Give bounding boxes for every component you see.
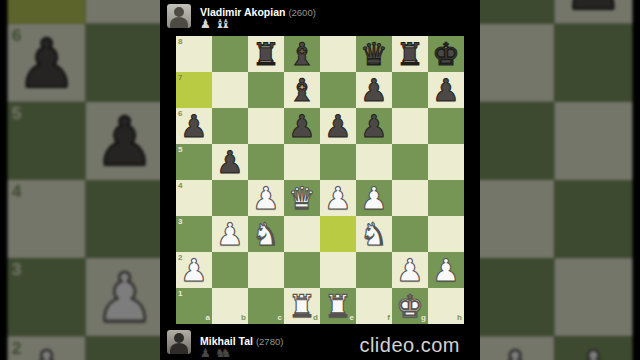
square-a4[interactable]: 4	[176, 180, 212, 216]
white-pawn-a2: ♟	[8, 336, 86, 360]
white-queen-d4[interactable]: ♛	[284, 180, 320, 216]
square-h1[interactable]: h	[428, 288, 464, 324]
black-queen-f8[interactable]: ♛	[356, 36, 392, 72]
square-h6	[554, 24, 632, 102]
white-rook-d1[interactable]: ♜	[284, 288, 320, 324]
white-pawn-g2: ♟	[476, 336, 554, 360]
square-c2[interactable]	[248, 252, 284, 288]
watermark: clideo.com	[359, 333, 460, 357]
square-h7[interactable]: ♟	[428, 72, 464, 108]
rank-label-1: 1	[178, 290, 182, 298]
white-pawn-e4[interactable]: ♟	[320, 180, 356, 216]
square-b3[interactable]: ♟	[212, 216, 248, 252]
square-b6	[86, 24, 164, 102]
square-h5[interactable]	[428, 144, 464, 180]
square-c3[interactable]: ♞	[248, 216, 284, 252]
captured-bishops-icon: ♝♝	[215, 19, 232, 30]
square-a6: 6♟	[8, 24, 86, 102]
square-h4[interactable]	[428, 180, 464, 216]
player-rating-top: (2600)	[288, 7, 315, 18]
square-e2[interactable]	[320, 252, 356, 288]
square-g6	[476, 24, 554, 102]
square-f8[interactable]: ♛	[356, 36, 392, 72]
white-king-g1[interactable]: ♚	[392, 288, 428, 324]
square-g5[interactable]	[392, 144, 428, 180]
player-avatar-top[interactable]	[167, 4, 191, 28]
square-g2[interactable]: ♟	[392, 252, 428, 288]
square-d5[interactable]	[284, 144, 320, 180]
white-pawn-b3: ♟	[86, 258, 164, 336]
square-a2[interactable]: 2♟	[176, 252, 212, 288]
captured-knights-icon: ♞♞	[215, 348, 232, 359]
square-f6[interactable]: ♟	[356, 108, 392, 144]
square-d8[interactable]: ♝	[284, 36, 320, 72]
rank-label-4: 4	[178, 182, 182, 190]
square-f5[interactable]	[356, 144, 392, 180]
square-f4[interactable]: ♟	[356, 180, 392, 216]
square-g4	[476, 180, 554, 258]
square-h2: ♟	[554, 336, 632, 360]
square-a7[interactable]: 7	[176, 72, 212, 108]
square-g6[interactable]	[392, 108, 428, 144]
rank-label-8: 8	[178, 38, 182, 46]
square-d6[interactable]: ♟	[284, 108, 320, 144]
rank-label-4: 4	[12, 184, 22, 201]
square-g8[interactable]: ♜	[392, 36, 428, 72]
black-pawn-e6[interactable]: ♟	[320, 108, 356, 144]
square-f7[interactable]: ♟	[356, 72, 392, 108]
square-b2	[86, 336, 164, 360]
player-bar-bottom: Mikhail Tal(2780) ♟♞♞ clideo.com	[160, 324, 480, 360]
square-b6[interactable]	[212, 108, 248, 144]
file-label-f: f	[387, 314, 390, 322]
square-g4[interactable]	[392, 180, 428, 216]
square-a8[interactable]: 8	[176, 36, 212, 72]
square-h3[interactable]	[428, 216, 464, 252]
video-frame: 8♜♝♛♜♚7♝♟♟6♟♟♟♟5♟4♟♛♟♟3♟♞♞2♟♟♟1abcd♜e♜fg…	[0, 0, 640, 360]
square-b7	[86, 0, 164, 24]
square-c5[interactable]	[248, 144, 284, 180]
white-pawn-h2[interactable]: ♟	[428, 252, 464, 288]
video-content: Vladimir Akopian(2600) ♟♝♝ 8♜♝♛♜♚7♝♟♟6♟♟…	[160, 0, 480, 360]
white-knight-c3[interactable]: ♞	[248, 216, 284, 252]
square-e7[interactable]	[320, 72, 356, 108]
file-label-c: c	[278, 314, 282, 322]
square-b4	[86, 180, 164, 258]
square-g7	[476, 0, 554, 24]
file-label-h: h	[457, 314, 462, 322]
rank-label-5: 5	[12, 106, 22, 123]
square-g5	[476, 102, 554, 180]
white-pawn-g2[interactable]: ♟	[392, 252, 428, 288]
square-g3[interactable]	[392, 216, 428, 252]
square-a5: 5	[8, 102, 86, 180]
black-pawn-f7[interactable]: ♟	[356, 72, 392, 108]
square-e1[interactable]: e♜	[320, 288, 356, 324]
black-pawn-a6: ♟	[8, 24, 86, 102]
black-pawn-b5: ♟	[86, 102, 164, 180]
rank-label-7: 7	[178, 74, 182, 82]
square-c4[interactable]: ♟	[248, 180, 284, 216]
square-e8[interactable]	[320, 36, 356, 72]
square-d4[interactable]: ♛	[284, 180, 320, 216]
square-h8[interactable]: ♚	[428, 36, 464, 72]
square-b2[interactable]	[212, 252, 248, 288]
square-f1[interactable]: f	[356, 288, 392, 324]
rank-label-3: 3	[12, 262, 22, 279]
file-label-a: a	[206, 314, 210, 322]
square-h5	[554, 102, 632, 180]
black-pawn-a6[interactable]: ♟	[176, 108, 212, 144]
square-b3: ♟	[86, 258, 164, 336]
black-rook-g8[interactable]: ♜	[392, 36, 428, 72]
square-e5[interactable]	[320, 144, 356, 180]
square-b8[interactable]	[212, 36, 248, 72]
square-b7[interactable]	[212, 72, 248, 108]
white-pawn-f4[interactable]: ♟	[356, 180, 392, 216]
square-g3	[476, 258, 554, 336]
rank-label-3: 3	[178, 218, 182, 226]
square-a3: 3	[8, 258, 86, 336]
square-c8[interactable]: ♜	[248, 36, 284, 72]
square-g2: ♟	[476, 336, 554, 360]
square-a3[interactable]: 3	[176, 216, 212, 252]
square-c1[interactable]: c	[248, 288, 284, 324]
square-f3[interactable]: ♞	[356, 216, 392, 252]
square-d2[interactable]	[284, 252, 320, 288]
square-f2[interactable]	[356, 252, 392, 288]
square-e4[interactable]: ♟	[320, 180, 356, 216]
black-pawn-h7[interactable]: ♟	[428, 72, 464, 108]
square-h4	[554, 180, 632, 258]
square-e6[interactable]: ♟	[320, 108, 356, 144]
square-c7[interactable]	[248, 72, 284, 108]
captured-pawn-icon: ♟	[200, 346, 211, 360]
square-d7[interactable]: ♝	[284, 72, 320, 108]
square-h6[interactable]	[428, 108, 464, 144]
square-g1[interactable]: g♚	[392, 288, 428, 324]
square-g7[interactable]	[392, 72, 428, 108]
square-d1[interactable]: d♜	[284, 288, 320, 324]
square-h2[interactable]: ♟	[428, 252, 464, 288]
square-a7: 7	[8, 0, 86, 24]
square-c6[interactable]	[248, 108, 284, 144]
captured-pieces-top: ♟♝♝	[200, 19, 316, 30]
black-king-h8[interactable]: ♚	[428, 36, 464, 72]
black-pawn-d6[interactable]: ♟	[284, 108, 320, 144]
white-pawn-a2[interactable]: ♟	[176, 252, 212, 288]
player-name-bottom: Mikhail Tal(2780)	[200, 336, 283, 347]
player-rating-bottom: (2780)	[256, 336, 283, 347]
square-b1[interactable]: b	[212, 288, 248, 324]
square-e3[interactable]	[320, 216, 356, 252]
black-pawn-h7: ♟	[554, 0, 632, 24]
white-knight-f3[interactable]: ♞	[356, 216, 392, 252]
square-a2: 2♟	[8, 336, 86, 360]
captured-pawn-icon: ♟	[200, 17, 211, 31]
file-label-b: b	[241, 314, 246, 322]
square-a5[interactable]: 5	[176, 144, 212, 180]
black-pawn-b5[interactable]: ♟	[212, 144, 248, 180]
square-b4[interactable]	[212, 180, 248, 216]
square-h7: ♟	[554, 0, 632, 24]
player-bar-top: Vladimir Akopian(2600) ♟♝♝	[160, 0, 480, 36]
black-pawn-f6[interactable]: ♟	[356, 108, 392, 144]
chess-board[interactable]: 8♜♝♛♜♚7♝♟♟6♟♟♟♟5♟4♟♛♟♟3♟♞♞2♟♟♟1abcd♜e♜fg…	[176, 36, 464, 324]
square-a6[interactable]: 6♟	[176, 108, 212, 144]
black-bishop-d8[interactable]: ♝	[284, 36, 320, 72]
square-d3[interactable]	[284, 216, 320, 252]
white-pawn-c4[interactable]: ♟	[248, 180, 284, 216]
white-pawn-h2: ♟	[554, 336, 632, 360]
white-rook-e1[interactable]: ♜	[320, 288, 356, 324]
player-name-top-text: Vladimir Akopian	[200, 6, 285, 18]
square-a1[interactable]: 1a	[176, 288, 212, 324]
white-pawn-b3[interactable]: ♟	[212, 216, 248, 252]
square-b5: ♟	[86, 102, 164, 180]
square-b5[interactable]: ♟	[212, 144, 248, 180]
square-a4: 4	[8, 180, 86, 258]
black-bishop-d7[interactable]: ♝	[284, 72, 320, 108]
player-avatar-bottom[interactable]	[167, 330, 191, 354]
black-rook-c8[interactable]: ♜	[248, 36, 284, 72]
rank-label-5: 5	[178, 146, 182, 154]
square-h3	[554, 258, 632, 336]
captured-pieces-bottom: ♟♞♞	[200, 348, 283, 359]
